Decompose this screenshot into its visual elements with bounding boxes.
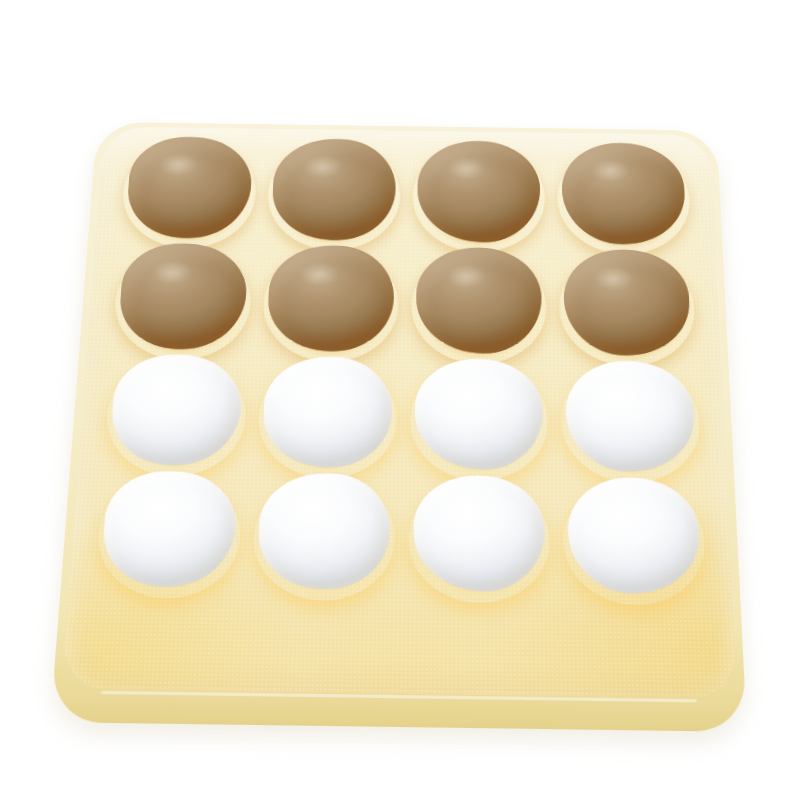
egg-cell: [96, 354, 254, 473]
egg-cell: [400, 475, 557, 599]
egg-cell: [113, 136, 264, 245]
scene: [0, 0, 800, 800]
egg-cell: [105, 243, 259, 356]
egg-brown: [266, 245, 394, 352]
egg-tray: [71, 100, 735, 717]
tray-3d-plane: [50, 122, 747, 732]
egg-cell: [404, 247, 553, 360]
egg-cell: [244, 473, 402, 597]
egg-cell: [555, 477, 713, 601]
egg-cell: [87, 471, 249, 595]
egg-white: [256, 472, 390, 589]
egg-cell: [553, 360, 708, 479]
egg-cell: [402, 358, 555, 477]
egg-cell: [551, 249, 702, 363]
egg-cell: [259, 138, 407, 247]
egg-white: [261, 356, 392, 468]
egg-cell: [254, 245, 405, 358]
egg-cell: [550, 142, 698, 251]
egg-grid: [87, 136, 713, 601]
egg-cell: [405, 140, 551, 249]
egg-cell: [249, 356, 404, 475]
egg-brown: [270, 138, 395, 241]
